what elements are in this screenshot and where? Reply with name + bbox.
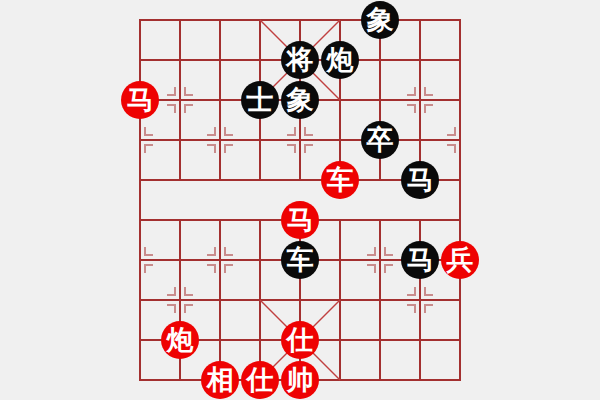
piece-black-general[interactable]: 将 (281, 41, 319, 79)
piece-red-soldier[interactable]: 兵 (441, 241, 479, 279)
piece-red-horse[interactable]: 马 (281, 201, 319, 239)
piece-black-soldier[interactable]: 卒 (361, 121, 399, 159)
piece-black-horse[interactable]: 马 (401, 161, 439, 199)
piece-black-cannon[interactable]: 炮 (321, 41, 359, 79)
piece-black-advisor[interactable]: 士 (241, 81, 279, 119)
piece-red-chariot[interactable]: 车 (321, 161, 359, 199)
piece-black-elephant[interactable]: 象 (281, 81, 319, 119)
piece-red-general[interactable]: 帅 (281, 361, 319, 399)
piece-red-horse[interactable]: 马 (121, 81, 159, 119)
pieces-layer: 象将炮士象马卒车马马车马兵炮仕相仕帅 (120, 0, 480, 400)
piece-black-chariot[interactable]: 车 (281, 241, 319, 279)
piece-red-advisor[interactable]: 仕 (281, 321, 319, 359)
piece-black-elephant[interactable]: 象 (361, 1, 399, 39)
piece-black-horse[interactable]: 马 (401, 241, 439, 279)
xiangqi-board-screenshot: 象将炮士象马卒车马马车马兵炮仕相仕帅 (0, 0, 600, 400)
piece-red-elephant[interactable]: 相 (201, 361, 239, 399)
piece-red-cannon[interactable]: 炮 (161, 321, 199, 359)
piece-red-advisor[interactable]: 仕 (241, 361, 279, 399)
